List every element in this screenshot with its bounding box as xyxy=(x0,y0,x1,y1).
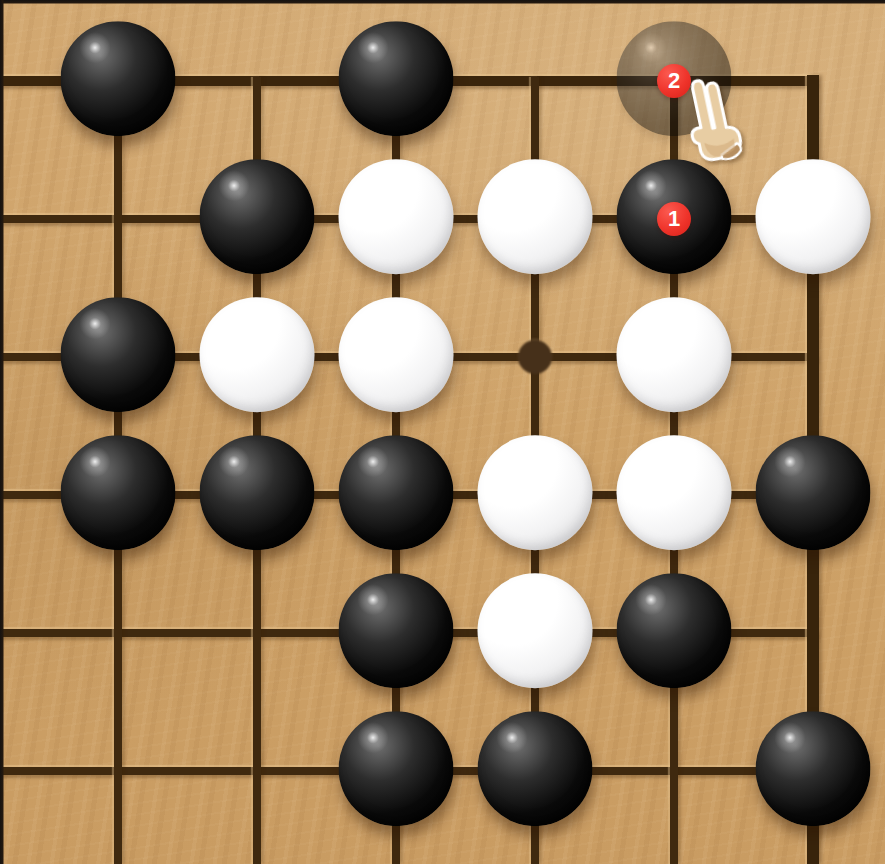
black-stone[interactable] xyxy=(617,573,732,688)
black-stone[interactable] xyxy=(339,435,454,550)
black-stone[interactable] xyxy=(478,711,593,826)
black-stone[interactable] xyxy=(200,435,315,550)
board-clipped-edge-left xyxy=(0,0,4,864)
white-stone[interactable] xyxy=(756,159,871,274)
black-stone[interactable] xyxy=(61,297,176,412)
go-app-screen: 21 xyxy=(0,0,885,864)
black-stone[interactable] xyxy=(756,711,871,826)
black-stone[interactable] xyxy=(61,21,176,136)
black-stone[interactable] xyxy=(61,435,176,550)
black-stone[interactable] xyxy=(200,159,315,274)
white-stone[interactable] xyxy=(617,435,732,550)
white-stone[interactable] xyxy=(200,297,315,412)
black-stone[interactable] xyxy=(756,435,871,550)
black-stone[interactable] xyxy=(339,573,454,688)
white-stone[interactable] xyxy=(339,159,454,274)
white-stone[interactable] xyxy=(478,159,593,274)
black-stone[interactable] xyxy=(339,711,454,826)
white-stone[interactable] xyxy=(617,297,732,412)
white-stone[interactable] xyxy=(478,573,593,688)
move-badge-1: 1 xyxy=(657,202,691,236)
star-point xyxy=(518,340,552,374)
go-board[interactable]: 21 xyxy=(0,0,885,864)
white-stone[interactable] xyxy=(339,297,454,412)
white-stone[interactable] xyxy=(478,435,593,550)
black-stone[interactable] xyxy=(339,21,454,136)
board-clipped-edge-top xyxy=(0,0,885,4)
